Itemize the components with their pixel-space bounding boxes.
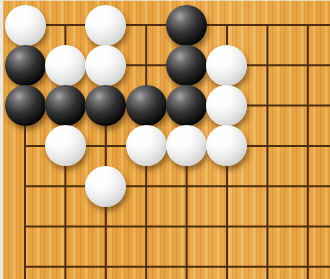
- board-point[interactable]: [126, 5, 166, 45]
- board-point[interactable]: [288, 126, 328, 166]
- black-stone: [5, 45, 46, 86]
- board-point[interactable]: [207, 126, 247, 166]
- board-point[interactable]: [126, 206, 166, 246]
- black-stone: [85, 85, 126, 126]
- board-point[interactable]: [207, 206, 247, 246]
- board-point[interactable]: [207, 166, 247, 206]
- board-point[interactable]: [45, 206, 85, 246]
- board-point[interactable]: [126, 247, 166, 279]
- board-point[interactable]: [207, 85, 247, 125]
- board-point[interactable]: [86, 206, 126, 246]
- board-point[interactable]: [5, 247, 45, 279]
- board-point[interactable]: [247, 247, 287, 279]
- board-point[interactable]: [166, 5, 206, 45]
- board-point[interactable]: [5, 126, 45, 166]
- board-point[interactable]: [45, 126, 85, 166]
- white-stone: [85, 45, 126, 86]
- board-point[interactable]: [126, 166, 166, 206]
- board-point[interactable]: [247, 166, 287, 206]
- board-point[interactable]: [207, 247, 247, 279]
- board-point[interactable]: [126, 126, 166, 166]
- board-point[interactable]: [288, 206, 328, 246]
- board-point[interactable]: [86, 126, 126, 166]
- white-stone: [206, 125, 247, 166]
- board-point[interactable]: [166, 247, 206, 279]
- board-point[interactable]: [288, 5, 328, 45]
- black-stone: [126, 85, 167, 126]
- board-point[interactable]: [247, 5, 287, 45]
- black-stone: [166, 5, 207, 46]
- white-stone: [85, 166, 126, 207]
- board-top-edge: [0, 0, 330, 1]
- board-point[interactable]: [86, 45, 126, 85]
- black-stone: [45, 85, 86, 126]
- board-points: [5, 5, 328, 279]
- board-point[interactable]: [166, 126, 206, 166]
- board-point[interactable]: [5, 45, 45, 85]
- board-point[interactable]: [5, 85, 45, 125]
- white-stone: [126, 125, 167, 166]
- board-point[interactable]: [207, 5, 247, 45]
- board-point[interactable]: [247, 85, 287, 125]
- board-point[interactable]: [247, 206, 287, 246]
- go-board: [0, 0, 330, 279]
- board-point[interactable]: [45, 85, 85, 125]
- board-point[interactable]: [207, 45, 247, 85]
- black-stone: [166, 85, 207, 126]
- black-stone: [5, 85, 46, 126]
- board-point[interactable]: [288, 85, 328, 125]
- white-stone: [206, 85, 247, 126]
- board-left-edge: [0, 0, 3, 279]
- board-point[interactable]: [5, 5, 45, 45]
- board-point[interactable]: [45, 45, 85, 85]
- board-point[interactable]: [126, 45, 166, 85]
- board-point[interactable]: [166, 45, 206, 85]
- board-point[interactable]: [288, 247, 328, 279]
- board-point[interactable]: [126, 85, 166, 125]
- white-stone: [5, 5, 46, 46]
- white-stone: [45, 125, 86, 166]
- board-point[interactable]: [166, 166, 206, 206]
- board-point[interactable]: [86, 5, 126, 45]
- board-point[interactable]: [288, 166, 328, 206]
- white-stone: [45, 45, 86, 86]
- board-point[interactable]: [45, 5, 85, 45]
- board-point[interactable]: [288, 45, 328, 85]
- board-point[interactable]: [247, 126, 287, 166]
- board-point[interactable]: [166, 206, 206, 246]
- board-point[interactable]: [45, 247, 85, 279]
- white-stone: [85, 5, 126, 46]
- board-point[interactable]: [86, 247, 126, 279]
- white-stone: [206, 45, 247, 86]
- board-point[interactable]: [5, 206, 45, 246]
- board-point[interactable]: [166, 85, 206, 125]
- black-stone: [166, 45, 207, 86]
- board-point[interactable]: [86, 166, 126, 206]
- white-stone: [166, 125, 207, 166]
- board-point[interactable]: [45, 166, 85, 206]
- board-point[interactable]: [5, 166, 45, 206]
- board-point[interactable]: [86, 85, 126, 125]
- board-point[interactable]: [247, 45, 287, 85]
